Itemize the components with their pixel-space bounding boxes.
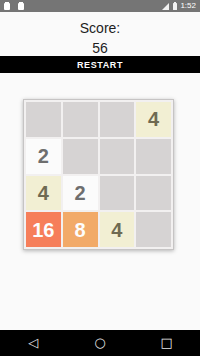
status-clock: 1:52 <box>180 0 196 12</box>
empty-cell-r2c3 <box>100 139 135 174</box>
back-icon[interactable]: ◁ <box>0 330 67 356</box>
navigation-bar: ◁ ○ □ <box>0 330 200 356</box>
notification-icon <box>18 3 24 10</box>
notification-icon <box>4 3 10 10</box>
home-icon[interactable]: ○ <box>67 330 134 356</box>
empty-cell-r4c4 <box>136 212 171 247</box>
battery-icon <box>173 3 177 10</box>
empty-cell-r3c3 <box>100 176 135 211</box>
empty-cell-r1c2 <box>63 102 98 137</box>
empty-cell-r1c1 <box>26 102 61 137</box>
tile-4-r3c1: 4 <box>26 176 61 211</box>
empty-cell-r2c4 <box>136 139 171 174</box>
recents-icon[interactable]: □ <box>133 330 200 356</box>
status-bar: 1:52 <box>0 0 200 12</box>
score-value: 56 <box>0 40 200 56</box>
empty-cell-r2c2 <box>63 139 98 174</box>
score-label: Score: <box>0 20 200 36</box>
restart-button[interactable]: RESTART <box>0 56 200 73</box>
empty-cell-r3c4 <box>136 176 171 211</box>
signal-icon <box>162 3 169 10</box>
tile-4-r1c4: 4 <box>136 102 171 137</box>
tile-8-r4c2: 8 <box>63 212 98 247</box>
game-board[interactable]: 42421684 <box>23 99 174 250</box>
tile-16-r4c1: 16 <box>26 212 61 247</box>
tile-2-r2c1: 2 <box>26 139 61 174</box>
tile-4-r4c3: 4 <box>100 212 135 247</box>
tile-2-r3c2: 2 <box>63 176 98 211</box>
empty-cell-r1c3 <box>100 102 135 137</box>
